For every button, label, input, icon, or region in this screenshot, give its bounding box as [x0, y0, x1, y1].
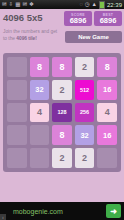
best-value: 6896 [100, 17, 117, 25]
empty-cell [7, 148, 27, 168]
tile-32: 32 [30, 80, 50, 100]
empty-cell [7, 80, 27, 100]
score-box: SCORE 6896 [64, 11, 92, 26]
data-icon: ◌ [79, 2, 82, 8]
new-game-button[interactable]: New Game [65, 31, 122, 43]
battery-icon [99, 1, 105, 9]
ad-banner[interactable]: mobogenie.com ➜ i [0, 202, 124, 220]
alarm-icon: ◷ [85, 2, 90, 8]
score-panel: SCORE 6896 BEST 6896 [64, 11, 122, 26]
ad-info-icon[interactable]: i [0, 214, 6, 220]
tile-8: 8 [30, 57, 50, 77]
empty-cell [30, 125, 50, 145]
tile-16: 16 [97, 80, 117, 100]
score-value: 6896 [70, 17, 87, 25]
tile-16: 16 [97, 125, 117, 145]
tile-8: 8 [97, 57, 117, 77]
notification-icons: ✉ ⇩ ▦ ✉ ❖ [2, 2, 34, 8]
app-notification-icon: ❖ [29, 2, 34, 8]
empty-cell [7, 125, 27, 145]
goal-tile-text: 4096 tile! [16, 36, 37, 41]
tile-128: 128 [52, 103, 72, 123]
game-instructions: Join the numbers and get to the 4096 til… [3, 29, 62, 43]
ad-link-text[interactable]: mobogenie.com [13, 208, 63, 215]
clock-text: 22:39 [107, 2, 122, 8]
tile-2: 2 [75, 57, 95, 77]
mail-icon: ✉ [22, 2, 27, 8]
tile-2: 2 [52, 80, 72, 100]
gallery-icon: ▦ [15, 2, 20, 8]
system-status-icons: ◌ ◷ ▲ 22:39 [79, 1, 122, 9]
best-score-box: BEST 6896 [94, 11, 122, 26]
wifi-icon: ▲ [92, 2, 97, 8]
tile-2: 2 [52, 148, 72, 168]
ad-arrow-button[interactable]: ➜ [106, 204, 121, 218]
empty-cell [7, 103, 27, 123]
tile-2: 2 [75, 148, 95, 168]
app-screen: ✉ ⇩ ▦ ✉ ❖ ◌ ◷ ▲ 22:39 4096 5x5 SCORE 689… [0, 0, 124, 220]
tile-4: 4 [30, 103, 50, 123]
tile-32: 32 [75, 125, 95, 145]
game-title: 4096 5x5 [3, 12, 43, 23]
tile-512: 512 [75, 80, 95, 100]
tile-8: 8 [52, 57, 72, 77]
empty-cell [7, 57, 27, 77]
empty-cell [30, 148, 50, 168]
game-board-5x5[interactable]: 882832251216412825648321622 [3, 53, 121, 172]
empty-cell [97, 148, 117, 168]
tile-256: 256 [75, 103, 95, 123]
android-status-bar: ✉ ⇩ ▦ ✉ ❖ ◌ ◷ ▲ 22:39 [0, 0, 124, 9]
download-icon: ⇩ [9, 2, 14, 8]
tile-8: 8 [52, 125, 72, 145]
tile-4: 4 [97, 103, 117, 123]
mail-icon: ✉ [2, 2, 7, 8]
